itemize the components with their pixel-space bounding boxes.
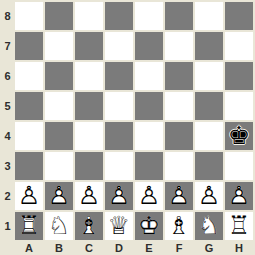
square-e8[interactable] [135, 2, 163, 30]
white-rook-piece[interactable]: ♜♖ [15, 212, 43, 240]
square-b5[interactable] [45, 92, 73, 120]
square-h1[interactable]: ♜♖ [225, 212, 253, 240]
square-a3[interactable] [15, 152, 43, 180]
white-pawn-piece[interactable]: ♟♙ [15, 182, 43, 210]
square-d5[interactable] [105, 92, 133, 120]
square-e2[interactable]: ♟♙ [135, 182, 163, 210]
piece-outline: ♙ [48, 183, 70, 208]
square-h4[interactable]: ♚ [225, 122, 253, 150]
piece-outline: ♖ [18, 213, 40, 238]
square-e3[interactable] [135, 152, 163, 180]
square-f4[interactable] [165, 122, 193, 150]
rank-label-4: 4 [0, 122, 15, 150]
square-e1[interactable]: ♚♔ [135, 212, 163, 240]
square-f5[interactable] [165, 92, 193, 120]
file-label-f: F [165, 240, 193, 255]
square-a2[interactable]: ♟♙ [15, 182, 43, 210]
square-g1[interactable]: ♞♘ [195, 212, 223, 240]
white-pawn-piece[interactable]: ♟♙ [165, 182, 193, 210]
square-b6[interactable] [45, 62, 73, 90]
square-a4[interactable] [15, 122, 43, 150]
file-label-a: A [15, 240, 43, 255]
square-a7[interactable] [15, 32, 43, 60]
black-king-piece[interactable]: ♚ [225, 122, 253, 150]
square-f7[interactable] [165, 32, 193, 60]
piece-outline: ♕ [108, 213, 130, 238]
square-h6[interactable] [225, 62, 253, 90]
square-g4[interactable] [195, 122, 223, 150]
white-rook-piece[interactable]: ♜♖ [225, 212, 253, 240]
white-knight-piece[interactable]: ♞♘ [195, 212, 223, 240]
piece-outline: ♙ [138, 183, 160, 208]
square-e5[interactable] [135, 92, 163, 120]
square-g5[interactable] [195, 92, 223, 120]
file-label-e: E [135, 240, 163, 255]
rank-label-3: 3 [0, 152, 15, 180]
square-c8[interactable] [75, 2, 103, 30]
piece-outline: ♙ [108, 183, 130, 208]
square-g6[interactable] [195, 62, 223, 90]
square-d6[interactable] [105, 62, 133, 90]
square-a1[interactable]: ♜♖ [15, 212, 43, 240]
file-label-h: H [225, 240, 253, 255]
square-h3[interactable] [225, 152, 253, 180]
white-knight-piece[interactable]: ♞♘ [45, 212, 73, 240]
square-b1[interactable]: ♞♘ [45, 212, 73, 240]
white-pawn-piece[interactable]: ♟♙ [135, 182, 163, 210]
square-b2[interactable]: ♟♙ [45, 182, 73, 210]
square-a8[interactable] [15, 2, 43, 30]
square-c3[interactable] [75, 152, 103, 180]
square-b8[interactable] [45, 2, 73, 30]
square-g2[interactable]: ♟♙ [195, 182, 223, 210]
square-e7[interactable] [135, 32, 163, 60]
square-f1[interactable]: ♝♗ [165, 212, 193, 240]
piece-outline: ♙ [198, 183, 220, 208]
rank-label-7: 7 [0, 32, 15, 60]
square-g3[interactable] [195, 152, 223, 180]
white-king-piece[interactable]: ♚♔ [135, 212, 163, 240]
square-d1[interactable]: ♛♕ [105, 212, 133, 240]
piece-outline: ♔ [138, 213, 160, 238]
file-label-c: C [75, 240, 103, 255]
file-label-b: B [45, 240, 73, 255]
square-d7[interactable] [105, 32, 133, 60]
square-f3[interactable] [165, 152, 193, 180]
file-label-g: G [195, 240, 223, 255]
square-g7[interactable] [195, 32, 223, 60]
rank-label-1: 1 [0, 212, 15, 240]
square-c6[interactable] [75, 62, 103, 90]
square-a6[interactable] [15, 62, 43, 90]
square-h2[interactable]: ♟♙ [225, 182, 253, 210]
square-f8[interactable] [165, 2, 193, 30]
square-c2[interactable]: ♟♙ [75, 182, 103, 210]
rank-labels: 87654321 [0, 2, 15, 240]
piece-outline: ♗ [168, 213, 190, 238]
square-c5[interactable] [75, 92, 103, 120]
square-f6[interactable] [165, 62, 193, 90]
square-b7[interactable] [45, 32, 73, 60]
white-bishop-piece[interactable]: ♝♗ [165, 212, 193, 240]
square-c1[interactable]: ♝♗ [75, 212, 103, 240]
square-d3[interactable] [105, 152, 133, 180]
chess-app: 87654321 ♚♟♙♟♙♟♙♟♙♟♙♟♙♟♙♟♙♜♖♞♘♝♗♛♕♚♔♝♗♞♘… [0, 0, 255, 255]
white-queen-piece[interactable]: ♛♕ [105, 212, 133, 240]
square-e4[interactable] [135, 122, 163, 150]
piece-glyph: ♚ [228, 123, 250, 148]
file-labels: ABCDEFGH [15, 240, 253, 255]
rank-label-6: 6 [0, 62, 15, 90]
square-h7[interactable] [225, 32, 253, 60]
white-bishop-piece[interactable]: ♝♗ [75, 212, 103, 240]
piece-outline: ♙ [78, 183, 100, 208]
piece-outline: ♘ [48, 213, 70, 238]
piece-outline: ♖ [228, 213, 250, 238]
square-c4[interactable] [75, 122, 103, 150]
piece-outline: ♙ [18, 183, 40, 208]
square-d4[interactable] [105, 122, 133, 150]
file-label-d: D [105, 240, 133, 255]
rank-label-5: 5 [0, 92, 15, 120]
square-h5[interactable] [225, 92, 253, 120]
rank-label-8: 8 [0, 2, 15, 30]
piece-outline: ♘ [198, 213, 220, 238]
piece-outline: ♙ [168, 183, 190, 208]
square-f2[interactable]: ♟♙ [165, 182, 193, 210]
chess-board: ♚♟♙♟♙♟♙♟♙♟♙♟♙♟♙♟♙♜♖♞♘♝♗♛♕♚♔♝♗♞♘♜♖ [15, 2, 253, 240]
white-pawn-piece[interactable]: ♟♙ [195, 182, 223, 210]
white-pawn-piece[interactable]: ♟♙ [105, 182, 133, 210]
piece-outline: ♙ [228, 183, 250, 208]
white-pawn-piece[interactable]: ♟♙ [75, 182, 103, 210]
white-pawn-piece[interactable]: ♟♙ [45, 182, 73, 210]
square-e6[interactable] [135, 62, 163, 90]
square-b3[interactable] [45, 152, 73, 180]
square-d2[interactable]: ♟♙ [105, 182, 133, 210]
square-b4[interactable] [45, 122, 73, 150]
square-g8[interactable] [195, 2, 223, 30]
white-pawn-piece[interactable]: ♟♙ [225, 182, 253, 210]
rank-label-2: 2 [0, 182, 15, 210]
square-h8[interactable] [225, 2, 253, 30]
square-c7[interactable] [75, 32, 103, 60]
square-a5[interactable] [15, 92, 43, 120]
piece-outline: ♗ [78, 213, 100, 238]
square-d8[interactable] [105, 2, 133, 30]
